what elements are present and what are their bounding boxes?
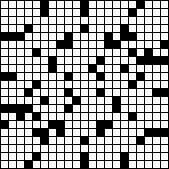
grid-cell[interactable]: [145, 33, 152, 40]
grid-cell[interactable]: [41, 33, 48, 40]
grid-cell[interactable]: [49, 33, 56, 40]
grid-cell[interactable]: [33, 25, 40, 32]
grid-cell[interactable]: [33, 137, 40, 144]
grid-cell[interactable]: [81, 129, 88, 136]
grid-cell[interactable]: [49, 81, 56, 88]
grid-cell[interactable]: [1, 145, 8, 152]
grid-cell[interactable]: [73, 49, 80, 56]
grid-cell[interactable]: [121, 57, 128, 64]
grid-cell[interactable]: [161, 137, 168, 144]
grid-cell[interactable]: [25, 9, 32, 16]
grid-cell[interactable]: [121, 17, 128, 24]
grid-cell[interactable]: [49, 9, 56, 16]
grid-cell[interactable]: [65, 81, 72, 88]
grid-cell[interactable]: [81, 97, 88, 104]
grid-cell[interactable]: [1, 161, 8, 168]
grid-cell[interactable]: [129, 105, 136, 112]
grid-cell[interactable]: [121, 1, 128, 8]
grid-cell[interactable]: [161, 25, 168, 32]
grid-cell[interactable]: [25, 153, 32, 160]
grid-cell[interactable]: [1, 49, 8, 56]
grid-cell[interactable]: [33, 9, 40, 16]
grid-cell[interactable]: [65, 97, 72, 104]
grid-cell[interactable]: [57, 89, 64, 96]
grid-cell[interactable]: [113, 57, 120, 64]
grid-cell[interactable]: [49, 145, 56, 152]
grid-cell[interactable]: [137, 113, 144, 120]
grid-cell[interactable]: [41, 41, 48, 48]
grid-cell[interactable]: [9, 17, 16, 24]
grid-cell[interactable]: [153, 121, 160, 128]
grid-cell[interactable]: [153, 1, 160, 8]
grid-cell[interactable]: [89, 153, 96, 160]
grid-cell[interactable]: [153, 105, 160, 112]
grid-cell[interactable]: [57, 1, 64, 8]
grid-cell[interactable]: [41, 113, 48, 120]
grid-cell[interactable]: [73, 161, 80, 168]
grid-cell[interactable]: [129, 97, 136, 104]
grid-cell[interactable]: [129, 57, 136, 64]
grid-cell[interactable]: [81, 89, 88, 96]
grid-cell[interactable]: [9, 153, 16, 160]
grid-cell[interactable]: [145, 25, 152, 32]
grid-cell[interactable]: [105, 49, 112, 56]
grid-cell[interactable]: [97, 65, 104, 72]
grid-cell[interactable]: [97, 97, 104, 104]
grid-cell[interactable]: [73, 73, 80, 80]
grid-cell[interactable]: [1, 113, 8, 120]
grid-cell[interactable]: [65, 121, 72, 128]
grid-cell[interactable]: [65, 161, 72, 168]
grid-cell[interactable]: [137, 9, 144, 16]
grid-cell[interactable]: [81, 81, 88, 88]
grid-cell[interactable]: [97, 113, 104, 120]
grid-cell[interactable]: [65, 17, 72, 24]
grid-cell[interactable]: [81, 113, 88, 120]
grid-cell[interactable]: [49, 137, 56, 144]
grid-cell[interactable]: [49, 17, 56, 24]
grid-cell[interactable]: [17, 121, 24, 128]
grid-cell[interactable]: [121, 145, 128, 152]
grid-cell[interactable]: [17, 1, 24, 8]
grid-cell[interactable]: [145, 65, 152, 72]
grid-cell[interactable]: [89, 25, 96, 32]
grid-cell[interactable]: [89, 137, 96, 144]
grid-cell[interactable]: [105, 97, 112, 104]
grid-cell[interactable]: [161, 145, 168, 152]
grid-cell[interactable]: [49, 129, 56, 136]
grid-cell[interactable]: [25, 129, 32, 136]
grid-cell[interactable]: [33, 89, 40, 96]
grid-cell[interactable]: [33, 73, 40, 80]
grid-cell[interactable]: [49, 105, 56, 112]
grid-cell[interactable]: [153, 73, 160, 80]
grid-cell[interactable]: [153, 81, 160, 88]
grid-cell[interactable]: [49, 1, 56, 8]
grid-cell[interactable]: [1, 65, 8, 72]
grid-cell[interactable]: [49, 73, 56, 80]
grid-cell[interactable]: [137, 49, 144, 56]
grid-cell[interactable]: [89, 17, 96, 24]
grid-cell[interactable]: [89, 81, 96, 88]
grid-cell[interactable]: [25, 57, 32, 64]
grid-cell[interactable]: [17, 17, 24, 24]
grid-cell[interactable]: [113, 17, 120, 24]
grid-cell[interactable]: [9, 9, 16, 16]
grid-cell[interactable]: [113, 153, 120, 160]
grid-cell[interactable]: [129, 25, 136, 32]
grid-cell[interactable]: [145, 41, 152, 48]
grid-cell[interactable]: [1, 129, 8, 136]
grid-cell[interactable]: [65, 25, 72, 32]
grid-cell[interactable]: [41, 145, 48, 152]
grid-cell[interactable]: [145, 73, 152, 80]
grid-cell[interactable]: [49, 41, 56, 48]
grid-cell[interactable]: [121, 49, 128, 56]
grid-cell[interactable]: [1, 9, 8, 16]
grid-cell[interactable]: [73, 25, 80, 32]
grid-cell[interactable]: [97, 153, 104, 160]
grid-cell[interactable]: [73, 113, 80, 120]
grid-cell[interactable]: [145, 1, 152, 8]
grid-cell[interactable]: [57, 73, 64, 80]
grid-cell[interactable]: [65, 137, 72, 144]
grid-cell[interactable]: [105, 65, 112, 72]
grid-cell[interactable]: [25, 81, 32, 88]
grid-cell[interactable]: [97, 17, 104, 24]
grid-cell[interactable]: [113, 129, 120, 136]
grid-cell[interactable]: [137, 121, 144, 128]
grid-cell[interactable]: [105, 137, 112, 144]
grid-cell[interactable]: [41, 89, 48, 96]
grid-cell[interactable]: [89, 161, 96, 168]
grid-cell[interactable]: [81, 73, 88, 80]
grid-cell[interactable]: [161, 49, 168, 56]
grid-cell[interactable]: [129, 89, 136, 96]
grid-cell[interactable]: [1, 81, 8, 88]
grid-cell[interactable]: [81, 65, 88, 72]
grid-cell[interactable]: [89, 9, 96, 16]
grid-cell[interactable]: [145, 161, 152, 168]
grid-cell[interactable]: [17, 89, 24, 96]
grid-cell[interactable]: [153, 153, 160, 160]
grid-cell[interactable]: [121, 41, 128, 48]
grid-cell[interactable]: [73, 65, 80, 72]
grid-cell[interactable]: [105, 113, 112, 120]
grid-cell[interactable]: [1, 137, 8, 144]
grid-cell[interactable]: [25, 97, 32, 104]
grid-cell[interactable]: [161, 17, 168, 24]
grid-cell[interactable]: [129, 17, 136, 24]
grid-cell[interactable]: [97, 49, 104, 56]
grid-cell[interactable]: [97, 137, 104, 144]
grid-cell[interactable]: [137, 145, 144, 152]
grid-cell[interactable]: [137, 89, 144, 96]
grid-cell[interactable]: [17, 49, 24, 56]
grid-cell[interactable]: [33, 121, 40, 128]
grid-cell[interactable]: [153, 97, 160, 104]
grid-cell[interactable]: [121, 137, 128, 144]
grid-cell[interactable]: [153, 33, 160, 40]
grid-cell[interactable]: [25, 73, 32, 80]
grid-cell[interactable]: [161, 65, 168, 72]
grid-cell[interactable]: [89, 49, 96, 56]
grid-cell[interactable]: [121, 113, 128, 120]
grid-cell[interactable]: [113, 33, 120, 40]
grid-cell[interactable]: [161, 81, 168, 88]
grid-cell[interactable]: [57, 145, 64, 152]
grid-cell[interactable]: [57, 161, 64, 168]
grid-cell[interactable]: [25, 121, 32, 128]
grid-cell[interactable]: [57, 33, 64, 40]
grid-cell[interactable]: [137, 97, 144, 104]
grid-cell[interactable]: [97, 145, 104, 152]
grid-cell[interactable]: [89, 41, 96, 48]
grid-cell[interactable]: [73, 105, 80, 112]
grid-cell[interactable]: [145, 89, 152, 96]
grid-cell[interactable]: [41, 25, 48, 32]
grid-cell[interactable]: [113, 161, 120, 168]
grid-cell[interactable]: [129, 41, 136, 48]
grid-cell[interactable]: [105, 161, 112, 168]
grid-cell[interactable]: [137, 41, 144, 48]
grid-cell[interactable]: [113, 113, 120, 120]
grid-cell[interactable]: [9, 137, 16, 144]
grid-cell[interactable]: [49, 89, 56, 96]
grid-cell[interactable]: [161, 153, 168, 160]
grid-cell[interactable]: [153, 17, 160, 24]
grid-cell[interactable]: [73, 89, 80, 96]
grid-cell[interactable]: [105, 145, 112, 152]
grid-cell[interactable]: [113, 1, 120, 8]
grid-cell[interactable]: [137, 25, 144, 32]
grid-cell[interactable]: [89, 145, 96, 152]
grid-cell[interactable]: [89, 113, 96, 120]
grid-cell[interactable]: [17, 137, 24, 144]
grid-cell[interactable]: [129, 129, 136, 136]
grid-cell[interactable]: [129, 137, 136, 144]
grid-cell[interactable]: [17, 81, 24, 88]
grid-cell[interactable]: [113, 73, 120, 80]
grid-cell[interactable]: [105, 105, 112, 112]
grid-cell[interactable]: [97, 81, 104, 88]
grid-cell[interactable]: [65, 145, 72, 152]
grid-cell[interactable]: [1, 57, 8, 64]
grid-cell[interactable]: [33, 57, 40, 64]
grid-cell[interactable]: [97, 105, 104, 112]
grid-cell[interactable]: [9, 81, 16, 88]
grid-cell[interactable]: [9, 161, 16, 168]
grid-cell[interactable]: [25, 145, 32, 152]
grid-cell[interactable]: [161, 121, 168, 128]
grid-cell[interactable]: [41, 17, 48, 24]
grid-cell[interactable]: [73, 81, 80, 88]
grid-cell[interactable]: [73, 33, 80, 40]
grid-cell[interactable]: [153, 137, 160, 144]
grid-cell[interactable]: [97, 41, 104, 48]
grid-cell[interactable]: [9, 25, 16, 32]
grid-cell[interactable]: [41, 73, 48, 80]
grid-cell[interactable]: [9, 129, 16, 136]
grid-cell[interactable]: [89, 105, 96, 112]
grid-cell[interactable]: [161, 161, 168, 168]
grid-cell[interactable]: [49, 113, 56, 120]
grid-cell[interactable]: [17, 41, 24, 48]
grid-cell[interactable]: [145, 9, 152, 16]
grid-cell[interactable]: [73, 121, 80, 128]
grid-cell[interactable]: [33, 1, 40, 8]
grid-cell[interactable]: [89, 129, 96, 136]
grid-cell[interactable]: [129, 145, 136, 152]
grid-cell[interactable]: [161, 9, 168, 16]
grid-cell[interactable]: [129, 1, 136, 8]
grid-cell[interactable]: [25, 41, 32, 48]
grid-cell[interactable]: [137, 65, 144, 72]
grid-cell[interactable]: [57, 65, 64, 72]
grid-cell[interactable]: [41, 153, 48, 160]
grid-cell[interactable]: [65, 113, 72, 120]
grid-cell[interactable]: [73, 57, 80, 64]
grid-cell[interactable]: [153, 145, 160, 152]
grid-cell[interactable]: [145, 137, 152, 144]
grid-cell[interactable]: [9, 89, 16, 96]
grid-cell[interactable]: [57, 137, 64, 144]
grid-cell[interactable]: [129, 161, 136, 168]
grid-cell[interactable]: [33, 41, 40, 48]
grid-cell[interactable]: [33, 17, 40, 24]
grid-cell[interactable]: [145, 97, 152, 104]
grid-cell[interactable]: [81, 41, 88, 48]
grid-cell[interactable]: [153, 65, 160, 72]
grid-cell[interactable]: [57, 97, 64, 104]
grid-cell[interactable]: [49, 161, 56, 168]
grid-cell[interactable]: [105, 57, 112, 64]
grid-cell[interactable]: [97, 25, 104, 32]
grid-cell[interactable]: [137, 81, 144, 88]
grid-cell[interactable]: [73, 9, 80, 16]
grid-cell[interactable]: [81, 57, 88, 64]
grid-cell[interactable]: [97, 1, 104, 8]
grid-cell[interactable]: [25, 17, 32, 24]
grid-cell[interactable]: [57, 81, 64, 88]
grid-cell[interactable]: [17, 129, 24, 136]
grid-cell[interactable]: [121, 105, 128, 112]
grid-cell[interactable]: [9, 1, 16, 8]
grid-cell[interactable]: [9, 49, 16, 56]
grid-cell[interactable]: [17, 57, 24, 64]
grid-cell[interactable]: [113, 9, 120, 16]
grid-cell[interactable]: [105, 17, 112, 24]
grid-cell[interactable]: [73, 129, 80, 136]
grid-cell[interactable]: [113, 49, 120, 56]
grid-cell[interactable]: [121, 121, 128, 128]
grid-cell[interactable]: [49, 97, 56, 104]
grid-cell[interactable]: [65, 1, 72, 8]
grid-cell[interactable]: [105, 9, 112, 16]
grid-cell[interactable]: [121, 89, 128, 96]
grid-cell[interactable]: [57, 153, 64, 160]
grid-cell[interactable]: [105, 153, 112, 160]
grid-cell[interactable]: [113, 137, 120, 144]
grid-cell[interactable]: [153, 41, 160, 48]
grid-cell[interactable]: [17, 9, 24, 16]
grid-cell[interactable]: [129, 73, 136, 80]
grid-cell[interactable]: [57, 17, 64, 24]
grid-cell[interactable]: [65, 49, 72, 56]
grid-cell[interactable]: [161, 105, 168, 112]
grid-cell[interactable]: [145, 17, 152, 24]
grid-cell[interactable]: [9, 113, 16, 120]
grid-cell[interactable]: [65, 9, 72, 16]
grid-cell[interactable]: [25, 137, 32, 144]
grid-cell[interactable]: [9, 57, 16, 64]
grid-cell[interactable]: [41, 161, 48, 168]
grid-cell[interactable]: [33, 105, 40, 112]
grid-cell[interactable]: [65, 65, 72, 72]
grid-cell[interactable]: [17, 97, 24, 104]
grid-cell[interactable]: [73, 41, 80, 48]
grid-cell[interactable]: [33, 145, 40, 152]
grid-cell[interactable]: [161, 73, 168, 80]
grid-cell[interactable]: [145, 145, 152, 152]
grid-cell[interactable]: [89, 73, 96, 80]
grid-cell[interactable]: [25, 113, 32, 120]
grid-cell[interactable]: [81, 105, 88, 112]
grid-cell[interactable]: [17, 73, 24, 80]
grid-cell[interactable]: [73, 17, 80, 24]
grid-cell[interactable]: [113, 121, 120, 128]
grid-cell[interactable]: [145, 81, 152, 88]
grid-cell[interactable]: [1, 89, 8, 96]
grid-cell[interactable]: [97, 161, 104, 168]
grid-cell[interactable]: [121, 129, 128, 136]
grid-cell[interactable]: [137, 33, 144, 40]
grid-cell[interactable]: [1, 1, 8, 8]
grid-cell[interactable]: [41, 105, 48, 112]
grid-cell[interactable]: [137, 161, 144, 168]
grid-cell[interactable]: [97, 9, 104, 16]
grid-cell[interactable]: [73, 137, 80, 144]
grid-cell[interactable]: [89, 1, 96, 8]
grid-cell[interactable]: [25, 65, 32, 72]
grid-cell[interactable]: [81, 145, 88, 152]
grid-cell[interactable]: [89, 57, 96, 64]
grid-cell[interactable]: [17, 161, 24, 168]
grid-cell[interactable]: [145, 105, 152, 112]
grid-cell[interactable]: [81, 33, 88, 40]
grid-cell[interactable]: [153, 113, 160, 120]
grid-cell[interactable]: [17, 25, 24, 32]
grid-cell[interactable]: [41, 81, 48, 88]
grid-cell[interactable]: [105, 129, 112, 136]
grid-cell[interactable]: [137, 129, 144, 136]
grid-cell[interactable]: [153, 49, 160, 56]
grid-cell[interactable]: [57, 25, 64, 32]
grid-cell[interactable]: [89, 89, 96, 96]
grid-cell[interactable]: [25, 49, 32, 56]
grid-cell[interactable]: [57, 57, 64, 64]
grid-cell[interactable]: [1, 17, 8, 24]
grid-cell[interactable]: [73, 145, 80, 152]
grid-cell[interactable]: [161, 1, 168, 8]
grid-cell[interactable]: [57, 49, 64, 56]
grid-cell[interactable]: [153, 25, 160, 32]
grid-cell[interactable]: [105, 1, 112, 8]
grid-cell[interactable]: [57, 105, 64, 112]
grid-cell[interactable]: [89, 97, 96, 104]
grid-cell[interactable]: [17, 153, 24, 160]
grid-cell[interactable]: [89, 121, 96, 128]
